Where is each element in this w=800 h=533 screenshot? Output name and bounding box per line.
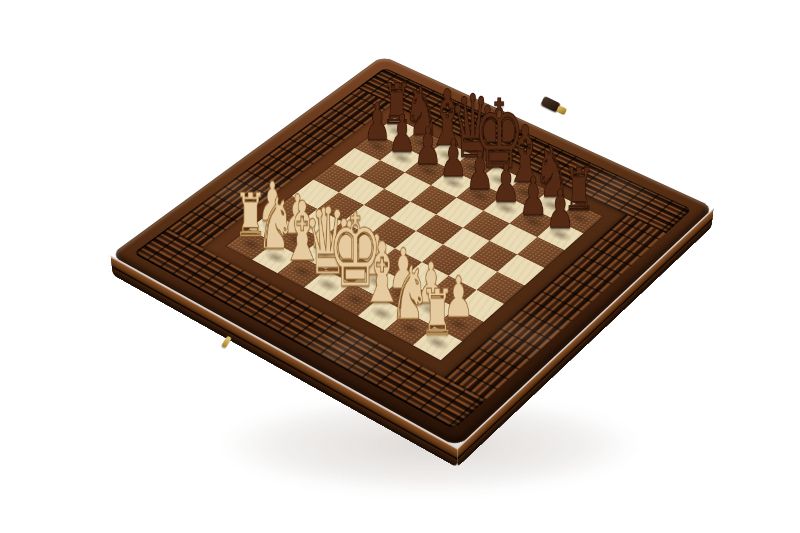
product-photo-stage: ♜♞♝♛♚♝♞♜♟♟♟♟♟♟♟♟♟♟♟♟♟♟♟♟♜♞♝♛♚♝♞♜ [0,0,800,533]
chess-box: ♜♞♝♛♚♝♞♜♟♟♟♟♟♟♟♟♟♟♟♟♟♟♟♟♜♞♝♛♚♝♞♜ [110,56,714,448]
piece-contact-shadow [413,162,442,179]
board-3d-scene: ♜♞♝♛♚♝♞♜♟♟♟♟♟♟♟♟♟♟♟♟♟♟♟♟♜♞♝♛♚♝♞♜ [0,0,800,533]
